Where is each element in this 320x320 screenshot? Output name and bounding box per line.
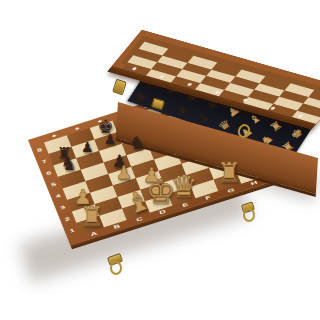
lid-inlay-diamond: ◆ — [158, 73, 167, 80]
chess-set-product-photo: 12345678ABCDEFGH◆◆◆◆◆◆◆◆◆◆◆◆◆◆◆◆ ♜♝♞♛♟♝♜… — [0, 0, 320, 320]
chess-board: 12345678ABCDEFGH◆◆◆◆◆◆◆◆◆◆◆◆◆◆◆◆ — [28, 74, 282, 250]
lid-square — [152, 62, 182, 76]
case-left-latch — [112, 79, 127, 96]
lid-square — [133, 49, 163, 63]
lid-square — [279, 90, 309, 104]
lid-square — [176, 69, 206, 83]
lid-square — [163, 49, 193, 63]
tray-piece-light: ♜ — [280, 139, 298, 156]
lid-square — [273, 97, 303, 111]
lid-square — [158, 55, 188, 69]
lid-square — [303, 97, 320, 111]
lid-square — [182, 62, 212, 76]
lid-square — [187, 56, 217, 70]
lid-square — [128, 55, 158, 69]
lid-square — [146, 69, 176, 83]
lid-square — [268, 103, 298, 117]
lid-square — [139, 42, 169, 56]
lid-square — [255, 83, 285, 97]
tray-piece-light: ♜ — [267, 118, 285, 135]
tray-piece-light: ♚ — [288, 126, 306, 143]
board-hinge-ring — [110, 261, 122, 275]
board-clasp-ring — [243, 208, 255, 222]
lid-square — [249, 90, 279, 104]
lid-square — [309, 90, 320, 104]
lid-square — [260, 76, 290, 90]
lid-square — [122, 62, 152, 76]
lid-square — [297, 104, 320, 118]
lid-inlay-diamond: ◆ — [296, 112, 305, 119]
tray-piece-dark: ♜ — [140, 75, 158, 92]
lid-inlay-diamond: ◆ — [130, 65, 139, 72]
lid-square — [284, 83, 314, 97]
lid-square — [292, 110, 320, 124]
lid-inlay-diamond: ◆ — [268, 104, 277, 111]
